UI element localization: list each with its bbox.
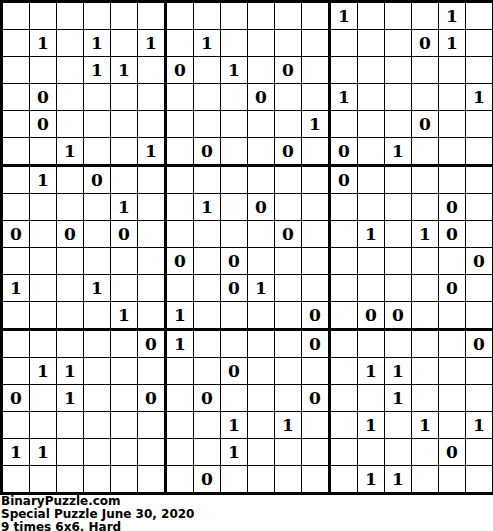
cell-r13c8[interactable] [194,331,221,358]
cell-r12c13[interactable] [331,302,358,331]
cell-r12c7: 1 [167,302,194,331]
cell-r14c5[interactable] [111,358,138,385]
cell-r4c6[interactable] [138,84,167,111]
cell-r18c17[interactable] [439,466,466,492]
cell-r11c7[interactable] [167,275,194,302]
cell-r14c13[interactable] [331,358,358,385]
cell-r17c16[interactable] [412,439,439,466]
cell-r4c1[interactable] [3,84,30,111]
cell-r12c9[interactable] [221,302,248,331]
cell-r11c9: 0 [221,275,248,302]
cell-r5c5[interactable] [111,111,138,138]
cell-r7c10[interactable] [248,167,275,194]
cell-r9c12[interactable] [302,221,331,248]
cell-r6c12[interactable] [302,138,331,167]
cell-r8c4[interactable] [84,194,111,221]
cell-r13c18: 0 [466,331,492,358]
cell-r1c6[interactable] [138,3,167,30]
cell-r2c18[interactable] [466,30,492,57]
cell-r9c10[interactable] [248,221,275,248]
cell-r4c5[interactable] [111,84,138,111]
cell-r13c14[interactable] [358,331,385,358]
cell-r12c12: 0 [302,302,331,331]
cell-r13c3[interactable] [57,331,84,358]
cell-r14c18[interactable] [466,358,492,385]
cell-r3c17[interactable] [439,57,466,84]
cell-r11c8[interactable] [194,275,221,302]
cell-r10c14[interactable] [358,248,385,275]
cell-r3c3[interactable] [57,57,84,84]
cell-r5c15[interactable] [385,111,412,138]
cell-r6c4[interactable] [84,138,111,167]
cell-r4c2: 0 [30,84,57,111]
cell-r16c12[interactable] [302,412,331,439]
cell-r13c10[interactable] [248,331,275,358]
cell-r7c3[interactable] [57,167,84,194]
cell-r1c5[interactable] [111,3,138,30]
cell-r10c10[interactable] [248,248,275,275]
cell-r10c11[interactable] [275,248,302,275]
cell-r8c10: 0 [248,194,275,221]
cell-r14c17[interactable] [439,358,466,385]
cell-r4c16[interactable] [412,84,439,111]
cell-r10c18: 0 [466,248,492,275]
cell-r14c6[interactable] [138,358,167,385]
cell-r6c8: 0 [194,138,221,167]
cell-r15c11[interactable] [275,385,302,412]
cell-r2c11[interactable] [275,30,302,57]
cell-r18c1[interactable] [3,466,30,492]
cell-r8c3[interactable] [57,194,84,221]
cell-r16c3[interactable] [57,412,84,439]
cell-r14c8[interactable] [194,358,221,385]
cell-r12c18[interactable] [466,302,492,331]
puzzle-footer: BinaryPuzzle.com Special Puzzle June 30,… [0,495,493,531]
cell-r6c18[interactable] [466,138,492,167]
cell-r4c17[interactable] [439,84,466,111]
cell-r9c6[interactable] [138,221,167,248]
cell-r7c14[interactable] [358,167,385,194]
cell-r14c3: 1 [57,358,84,385]
cell-r9c8[interactable] [194,221,221,248]
cell-r17c18[interactable] [466,439,492,466]
cell-r1c7[interactable] [167,3,194,30]
cell-r13c13[interactable] [331,331,358,358]
cell-r1c18[interactable] [466,3,492,30]
cell-r11c11[interactable] [275,275,302,302]
cell-r4c8[interactable] [194,84,221,111]
cell-r13c5[interactable] [111,331,138,358]
cell-r1c1[interactable] [3,3,30,30]
cell-r1c4[interactable] [84,3,111,30]
cell-r7c7[interactable] [167,167,194,194]
cell-r3c13[interactable] [331,57,358,84]
cell-r10c4[interactable] [84,248,111,275]
cell-r6c2[interactable] [30,138,57,167]
cell-r3c16[interactable] [412,57,439,84]
cell-r2c10[interactable] [248,30,275,57]
cell-r10c5[interactable] [111,248,138,275]
cell-r9c2[interactable] [30,221,57,248]
cell-r15c4[interactable] [84,385,111,412]
cell-r4c3[interactable] [57,84,84,111]
cell-r18c2[interactable] [30,466,57,492]
cell-r13c1[interactable] [3,331,30,358]
cell-r13c17[interactable] [439,331,466,358]
cell-r3c14[interactable] [358,57,385,84]
cell-r11c1: 1 [3,275,30,302]
cell-r5c11[interactable] [275,111,302,138]
cell-r13c12: 0 [302,331,331,358]
cell-r12c16[interactable] [412,302,439,331]
cell-r5c10[interactable] [248,111,275,138]
cell-r8c15[interactable] [385,194,412,221]
cell-r5c2: 0 [30,111,57,138]
cell-r15c5[interactable] [111,385,138,412]
cell-r1c3[interactable] [57,3,84,30]
cell-r15c6: 0 [138,385,167,412]
cell-r5c8[interactable] [194,111,221,138]
cell-r14c4[interactable] [84,358,111,385]
cell-r3c15[interactable] [385,57,412,84]
cell-r5c17[interactable] [439,111,466,138]
cell-r17c3[interactable] [57,439,84,466]
cell-r16c1[interactable] [3,412,30,439]
cell-r1c13: 1 [331,3,358,30]
cell-r9c18[interactable] [466,221,492,248]
cell-r7c12[interactable] [302,167,331,194]
cell-r10c13[interactable] [331,248,358,275]
cell-r8c9[interactable] [221,194,248,221]
cell-r12c10[interactable] [248,302,275,331]
cell-r12c8[interactable] [194,302,221,331]
cell-r17c15[interactable] [385,439,412,466]
cell-r1c12[interactable] [302,3,331,30]
cell-r9c13[interactable] [331,221,358,248]
cell-r10c17[interactable] [439,248,466,275]
cell-r14c9: 0 [221,358,248,385]
cell-r7c9[interactable] [221,167,248,194]
cell-r4c10: 0 [248,84,275,111]
cell-r18c11[interactable] [275,466,302,492]
cell-r7c13: 0 [331,167,358,194]
cell-r2c14[interactable] [358,30,385,57]
cell-r6c17[interactable] [439,138,466,167]
cell-r12c14: 0 [358,302,385,331]
cell-r9c7[interactable] [167,221,194,248]
cell-r16c6[interactable] [138,412,167,439]
cell-r7c17[interactable] [439,167,466,194]
cell-r7c18[interactable] [466,167,492,194]
cell-r11c6[interactable] [138,275,167,302]
cell-r18c14: 1 [358,466,385,492]
cell-r18c15: 1 [385,466,412,492]
cell-r6c1[interactable] [3,138,30,167]
cell-r17c12[interactable] [302,439,331,466]
cell-r7c6[interactable] [138,167,167,194]
cell-r2c3[interactable] [57,30,84,57]
cell-r6c13: 0 [331,138,358,167]
cell-r14c1[interactable] [3,358,30,385]
cell-r15c17[interactable] [439,385,466,412]
cell-r3c2[interactable] [30,57,57,84]
cell-r3c9: 1 [221,57,248,84]
cell-r18c7[interactable] [167,466,194,492]
cell-r15c13[interactable] [331,385,358,412]
cell-r11c10: 1 [248,275,275,302]
cell-r4c14[interactable] [358,84,385,111]
cell-r16c2[interactable] [30,412,57,439]
cell-r5c4[interactable] [84,111,111,138]
cell-r12c17[interactable] [439,302,466,331]
cell-r5c18[interactable] [466,111,492,138]
cell-r15c12: 0 [302,385,331,412]
cell-r3c11: 0 [275,57,302,84]
cell-r6c11: 0 [275,138,302,167]
cell-r8c8: 1 [194,194,221,221]
cell-r18c12[interactable] [302,466,331,492]
cell-r12c1[interactable] [3,302,30,331]
cell-r8c18[interactable] [466,194,492,221]
cell-r16c10[interactable] [248,412,275,439]
cell-r16c7[interactable] [167,412,194,439]
puzzle-difficulty: 9 times 6x6, Hard [1,521,493,531]
cell-r16c13[interactable] [331,412,358,439]
cell-r11c15[interactable] [385,275,412,302]
cell-r18c13[interactable] [331,466,358,492]
cell-r6c16[interactable] [412,138,439,167]
cell-r7c5[interactable] [111,167,138,194]
cell-r4c11[interactable] [275,84,302,111]
puzzle-board: 1111110111010001101011000110011000000110… [0,0,493,495]
cell-r2c7[interactable] [167,30,194,57]
cell-r10c1[interactable] [3,248,30,275]
cell-r11c18[interactable] [466,275,492,302]
cell-r5c14[interactable] [358,111,385,138]
cell-r13c7: 1 [167,331,194,358]
cell-r8c6[interactable] [138,194,167,221]
cell-r8c2[interactable] [30,194,57,221]
cell-r2c13[interactable] [331,30,358,57]
cell-r9c9[interactable] [221,221,248,248]
cell-r10c16[interactable] [412,248,439,275]
cell-r11c16[interactable] [412,275,439,302]
cell-r5c13[interactable] [331,111,358,138]
cell-r15c7[interactable] [167,385,194,412]
cell-r8c16[interactable] [412,194,439,221]
cell-r7c1[interactable] [3,167,30,194]
cell-r2c12[interactable] [302,30,331,57]
cell-r13c15[interactable] [385,331,412,358]
cell-r2c1[interactable] [3,30,30,57]
cell-r5c1[interactable] [3,111,30,138]
cell-r16c11: 1 [275,412,302,439]
cell-r13c4[interactable] [84,331,111,358]
cell-r18c8: 0 [194,466,221,492]
cell-r1c17: 1 [439,3,466,30]
cell-r14c10[interactable] [248,358,275,385]
cell-r4c4[interactable] [84,84,111,111]
cell-r15c16[interactable] [412,385,439,412]
cell-r17c1: 1 [3,439,30,466]
cell-r17c8[interactable] [194,439,221,466]
cell-r11c13[interactable] [331,275,358,302]
cell-r1c16[interactable] [412,3,439,30]
cell-r16c15[interactable] [385,412,412,439]
cell-r13c2[interactable] [30,331,57,358]
cell-r6c9[interactable] [221,138,248,167]
cell-r4c15[interactable] [385,84,412,111]
cell-r8c7[interactable] [167,194,194,221]
cell-r7c2: 1 [30,167,57,194]
cell-r2c6: 1 [138,30,167,57]
cell-r4c18: 1 [466,84,492,111]
cell-r17c2: 1 [30,439,57,466]
cell-r6c10[interactable] [248,138,275,167]
cell-r16c5[interactable] [111,412,138,439]
puzzle-page: 1111110111010001101011000110011000000110… [0,0,493,531]
cell-r2c15[interactable] [385,30,412,57]
cell-r15c18[interactable] [466,385,492,412]
cell-r17c6[interactable] [138,439,167,466]
cell-r15c2[interactable] [30,385,57,412]
cell-r18c9[interactable] [221,466,248,492]
cell-r3c12[interactable] [302,57,331,84]
cell-r18c4[interactable] [84,466,111,492]
cell-r2c5[interactable] [111,30,138,57]
cell-r9c4[interactable] [84,221,111,248]
cell-r8c13[interactable] [331,194,358,221]
cell-r13c9[interactable] [221,331,248,358]
cell-r18c10[interactable] [248,466,275,492]
cell-r7c8[interactable] [194,167,221,194]
cell-r11c5[interactable] [111,275,138,302]
cell-r2c4: 1 [84,30,111,57]
cell-r3c1[interactable] [3,57,30,84]
cell-r16c17[interactable] [439,412,466,439]
cell-r4c7[interactable] [167,84,194,111]
cell-r5c16: 0 [412,111,439,138]
cell-r15c10[interactable] [248,385,275,412]
cell-r14c7[interactable] [167,358,194,385]
cell-r2c17: 1 [439,30,466,57]
cell-r9c15[interactable] [385,221,412,248]
cell-r1c15[interactable] [385,3,412,30]
cell-r11c12[interactable] [302,275,331,302]
cell-r3c10[interactable] [248,57,275,84]
cell-r12c2[interactable] [30,302,57,331]
cell-r4c9[interactable] [221,84,248,111]
cell-r16c4[interactable] [84,412,111,439]
cell-r18c18[interactable] [466,466,492,492]
cell-r6c5[interactable] [111,138,138,167]
cell-r13c16[interactable] [412,331,439,358]
cell-r15c9[interactable] [221,385,248,412]
cell-r1c8[interactable] [194,3,221,30]
cell-r10c12[interactable] [302,248,331,275]
cell-r12c6[interactable] [138,302,167,331]
cell-r18c6[interactable] [138,466,167,492]
cell-r12c3[interactable] [57,302,84,331]
cell-r17c11[interactable] [275,439,302,466]
cell-r6c15: 1 [385,138,412,167]
cell-r10c15[interactable] [385,248,412,275]
cell-r9c5: 0 [111,221,138,248]
cell-r14c16[interactable] [412,358,439,385]
cell-r11c2[interactable] [30,275,57,302]
cell-r10c2[interactable] [30,248,57,275]
cell-r15c14[interactable] [358,385,385,412]
cell-r3c6[interactable] [138,57,167,84]
cell-r9c17: 0 [439,221,466,248]
cell-r12c4[interactable] [84,302,111,331]
cell-r4c12[interactable] [302,84,331,111]
cell-r6c14[interactable] [358,138,385,167]
cell-r14c12[interactable] [302,358,331,385]
cell-r5c9[interactable] [221,111,248,138]
cell-r17c13[interactable] [331,439,358,466]
cell-r5c7[interactable] [167,111,194,138]
cell-r12c5: 1 [111,302,138,331]
cell-r10c3[interactable] [57,248,84,275]
cell-r8c1[interactable] [3,194,30,221]
cell-r17c7[interactable] [167,439,194,466]
cell-r18c16[interactable] [412,466,439,492]
cell-r7c15[interactable] [385,167,412,194]
cell-r17c4[interactable] [84,439,111,466]
cell-r12c11[interactable] [275,302,302,331]
cell-r5c3[interactable] [57,111,84,138]
cell-r1c11[interactable] [275,3,302,30]
cell-r10c6[interactable] [138,248,167,275]
cell-r11c3[interactable] [57,275,84,302]
cell-r6c6: 1 [138,138,167,167]
cell-r11c14[interactable] [358,275,385,302]
cell-r8c11[interactable] [275,194,302,221]
cell-r7c11[interactable] [275,167,302,194]
cell-r15c15: 1 [385,385,412,412]
cell-r18c3[interactable] [57,466,84,492]
cell-r3c18[interactable] [466,57,492,84]
cell-r7c4: 0 [84,167,111,194]
cell-r7c16[interactable] [412,167,439,194]
cell-r1c2[interactable] [30,3,57,30]
cell-r1c9[interactable] [221,3,248,30]
cell-r2c9[interactable] [221,30,248,57]
cell-r2c8: 1 [194,30,221,57]
cell-r1c14[interactable] [358,3,385,30]
cell-r6c3: 1 [57,138,84,167]
cell-r5c6[interactable] [138,111,167,138]
cell-r11c17: 0 [439,275,466,302]
cell-r3c8[interactable] [194,57,221,84]
cell-r1c10[interactable] [248,3,275,30]
cell-r12c15: 0 [385,302,412,331]
cell-r9c14: 1 [358,221,385,248]
cell-r18c5[interactable] [111,466,138,492]
cell-r17c14[interactable] [358,439,385,466]
cell-r8c12[interactable] [302,194,331,221]
cell-r17c5[interactable] [111,439,138,466]
cell-r14c11[interactable] [275,358,302,385]
cell-r8c14[interactable] [358,194,385,221]
cell-r13c11[interactable] [275,331,302,358]
cell-r16c18: 1 [466,412,492,439]
cell-r10c8[interactable] [194,248,221,275]
cell-r16c8[interactable] [194,412,221,439]
cell-r17c10[interactable] [248,439,275,466]
cell-r6c7[interactable] [167,138,194,167]
